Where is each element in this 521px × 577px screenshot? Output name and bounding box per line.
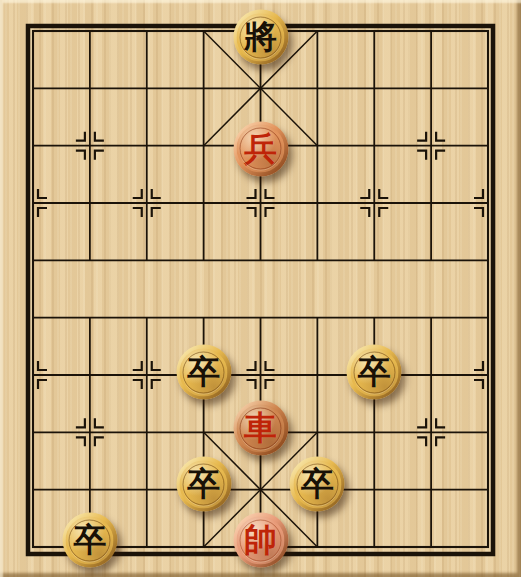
pieces-layer: 將兵卒卒車卒卒卒帥 [0, 0, 521, 577]
piece-black-soldier[interactable]: 卒 [62, 513, 117, 568]
piece-glyph: 卒 [187, 355, 220, 388]
piece-glyph: 將 [244, 20, 277, 53]
piece-face: 卒 [350, 348, 398, 396]
piece-glyph: 兵 [244, 131, 277, 164]
piece-face: 卒 [66, 516, 114, 564]
piece-glyph: 卒 [73, 523, 106, 556]
xiangqi-board: 將兵卒卒車卒卒卒帥 [0, 0, 521, 577]
piece-black-general[interactable]: 將 [233, 10, 288, 65]
piece-glyph: 卒 [187, 467, 220, 500]
piece-glyph: 帥 [244, 523, 277, 556]
piece-black-soldier[interactable]: 卒 [347, 345, 402, 400]
piece-red-chariot[interactable]: 車 [233, 401, 288, 456]
piece-face: 卒 [180, 348, 228, 396]
piece-black-soldier[interactable]: 卒 [176, 457, 231, 512]
piece-red-soldier[interactable]: 兵 [233, 121, 288, 176]
piece-face: 將 [237, 13, 285, 61]
piece-red-general[interactable]: 帥 [233, 513, 288, 568]
piece-black-soldier[interactable]: 卒 [290, 457, 345, 512]
piece-face: 兵 [237, 125, 285, 173]
piece-face: 帥 [237, 516, 285, 564]
piece-glyph: 卒 [358, 355, 391, 388]
piece-face: 車 [237, 404, 285, 452]
piece-glyph: 卒 [301, 467, 334, 500]
piece-face: 卒 [180, 460, 228, 508]
piece-glyph: 車 [244, 411, 277, 444]
piece-face: 卒 [293, 460, 341, 508]
piece-black-soldier[interactable]: 卒 [176, 345, 231, 400]
